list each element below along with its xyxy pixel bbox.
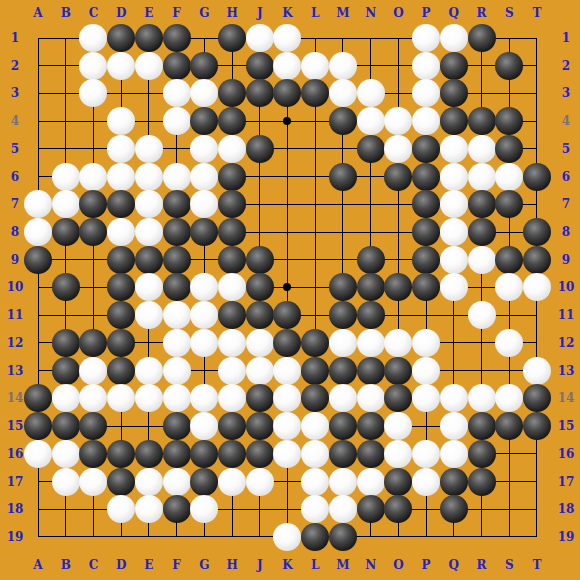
coord-label-right-15: 15 — [558, 420, 575, 432]
coord-label-right-8: 8 — [562, 226, 570, 238]
white-stone-G5[interactable] — [190, 135, 218, 163]
coord-label-bottom-L: L — [311, 559, 319, 571]
white-stone-E2[interactable] — [135, 52, 163, 80]
white-stone-M3[interactable] — [329, 79, 357, 107]
coord-label-bottom-P: P — [422, 559, 431, 571]
coord-label-left-11: 11 — [7, 309, 24, 321]
white-stone-E17[interactable] — [135, 468, 163, 496]
white-stone-A7[interactable] — [24, 190, 52, 218]
white-stone-M2[interactable] — [329, 52, 357, 80]
black-stone-R4[interactable] — [468, 107, 496, 135]
white-stone-K15[interactable] — [273, 412, 301, 440]
black-stone-B10[interactable] — [52, 273, 80, 301]
black-stone-N16[interactable] — [357, 440, 385, 468]
white-stone-P17[interactable] — [412, 468, 440, 496]
white-stone-N17[interactable] — [357, 468, 385, 496]
coord-label-bottom-R: R — [477, 559, 487, 571]
white-stone-H10[interactable] — [218, 273, 246, 301]
white-stone-T10[interactable] — [523, 273, 551, 301]
black-stone-K11[interactable] — [273, 301, 301, 329]
white-stone-E14[interactable] — [135, 384, 163, 412]
white-stone-K16[interactable] — [273, 440, 301, 468]
black-stone-H8[interactable] — [218, 218, 246, 246]
white-stone-H17[interactable] — [218, 468, 246, 496]
white-stone-G7[interactable] — [190, 190, 218, 218]
black-stone-S4[interactable] — [495, 107, 523, 135]
white-stone-O15[interactable] — [384, 412, 412, 440]
coord-label-top-G: G — [199, 7, 209, 19]
white-stone-L18[interactable] — [301, 495, 329, 523]
black-stone-T9[interactable] — [523, 246, 551, 274]
white-stone-L2[interactable] — [301, 52, 329, 80]
white-stone-E10[interactable] — [135, 273, 163, 301]
coord-label-left-9: 9 — [11, 254, 19, 266]
coord-label-bottom-O: O — [393, 559, 403, 571]
white-stone-E6[interactable] — [135, 163, 163, 191]
white-stone-R11[interactable] — [468, 301, 496, 329]
white-stone-M17[interactable] — [329, 468, 357, 496]
coord-label-bottom-K: K — [282, 559, 292, 571]
white-stone-A16[interactable] — [24, 440, 52, 468]
black-stone-M4[interactable] — [329, 107, 357, 135]
coord-label-top-K: K — [282, 7, 292, 19]
black-stone-N13[interactable] — [357, 357, 385, 385]
white-stone-M18[interactable] — [329, 495, 357, 523]
black-stone-M16[interactable] — [329, 440, 357, 468]
black-stone-O13[interactable] — [384, 357, 412, 385]
white-stone-B6[interactable] — [52, 163, 80, 191]
black-stone-H4[interactable] — [218, 107, 246, 135]
white-stone-F6[interactable] — [163, 163, 191, 191]
white-stone-F13[interactable] — [163, 357, 191, 385]
white-stone-P16[interactable] — [412, 440, 440, 468]
white-stone-G6[interactable] — [190, 163, 218, 191]
black-stone-J2[interactable] — [246, 52, 274, 80]
white-stone-H14[interactable] — [218, 384, 246, 412]
coord-label-left-12: 12 — [7, 337, 24, 349]
coord-label-left-13: 13 — [7, 365, 24, 377]
black-stone-C15[interactable] — [79, 412, 107, 440]
black-stone-Q18[interactable] — [440, 495, 468, 523]
white-stone-O16[interactable] — [384, 440, 412, 468]
black-stone-O10[interactable] — [384, 273, 412, 301]
black-stone-M6[interactable] — [329, 163, 357, 191]
black-stone-C12[interactable] — [79, 329, 107, 357]
white-stone-K19[interactable] — [273, 523, 301, 551]
coord-label-bottom-S: S — [505, 559, 514, 571]
black-stone-Q2[interactable] — [440, 52, 468, 80]
black-stone-H11[interactable] — [218, 301, 246, 329]
black-stone-P6[interactable] — [412, 163, 440, 191]
coord-label-bottom-C: C — [89, 559, 99, 571]
black-stone-L12[interactable] — [301, 329, 329, 357]
black-stone-T14[interactable] — [523, 384, 551, 412]
white-stone-E11[interactable] — [135, 301, 163, 329]
white-stone-E8[interactable] — [135, 218, 163, 246]
white-stone-Q10[interactable] — [440, 273, 468, 301]
white-stone-F11[interactable] — [163, 301, 191, 329]
white-stone-K14[interactable] — [273, 384, 301, 412]
black-stone-H1[interactable] — [218, 24, 246, 52]
coord-label-bottom-J: J — [257, 559, 263, 571]
coord-label-right-10: 10 — [558, 281, 575, 293]
black-stone-B12[interactable] — [52, 329, 80, 357]
white-stone-C2[interactable] — [79, 52, 107, 80]
black-stone-G8[interactable] — [190, 218, 218, 246]
coord-label-left-14: 14 — [7, 392, 24, 404]
white-stone-S10[interactable] — [495, 273, 523, 301]
coord-label-bottom-M: M — [336, 559, 349, 571]
coord-label-right-5: 5 — [562, 143, 570, 155]
black-stone-D1[interactable] — [107, 24, 135, 52]
white-stone-M14[interactable] — [329, 384, 357, 412]
coord-label-left-18: 18 — [7, 503, 24, 515]
coord-label-right-16: 16 — [558, 448, 575, 460]
coord-label-bottom-G: G — [199, 559, 209, 571]
black-stone-F10[interactable] — [163, 273, 191, 301]
white-stone-R6[interactable] — [468, 163, 496, 191]
white-stone-O12[interactable] — [384, 329, 412, 357]
black-stone-D9[interactable] — [107, 246, 135, 274]
black-stone-J10[interactable] — [246, 273, 274, 301]
white-stone-Q16[interactable] — [440, 440, 468, 468]
black-stone-C8[interactable] — [79, 218, 107, 246]
black-stone-M13[interactable] — [329, 357, 357, 385]
black-stone-F1[interactable] — [163, 24, 191, 52]
black-stone-L13[interactable] — [301, 357, 329, 385]
black-stone-O18[interactable] — [384, 495, 412, 523]
black-stone-H7[interactable] — [218, 190, 246, 218]
black-stone-C16[interactable] — [79, 440, 107, 468]
coord-label-right-18: 18 — [558, 503, 575, 515]
white-stone-G12[interactable] — [190, 329, 218, 357]
coord-label-left-8: 8 — [11, 226, 19, 238]
white-stone-R14[interactable] — [468, 384, 496, 412]
coord-label-top-C: C — [89, 7, 99, 19]
black-stone-S2[interactable] — [495, 52, 523, 80]
white-stone-L16[interactable] — [301, 440, 329, 468]
coord-label-bottom-Q: Q — [449, 559, 459, 571]
white-stone-H13[interactable] — [218, 357, 246, 385]
white-stone-B16[interactable] — [52, 440, 80, 468]
black-stone-D16[interactable] — [107, 440, 135, 468]
white-stone-E7[interactable] — [135, 190, 163, 218]
black-stone-A9[interactable] — [24, 246, 52, 274]
white-stone-C14[interactable] — [79, 384, 107, 412]
black-stone-L14[interactable] — [301, 384, 329, 412]
white-stone-P3[interactable] — [412, 79, 440, 107]
black-stone-S9[interactable] — [495, 246, 523, 274]
black-stone-P10[interactable] — [412, 273, 440, 301]
black-stone-F9[interactable] — [163, 246, 191, 274]
white-stone-P12[interactable] — [412, 329, 440, 357]
black-stone-N9[interactable] — [357, 246, 385, 274]
black-stone-R8[interactable] — [468, 218, 496, 246]
white-stone-Q7[interactable] — [440, 190, 468, 218]
coord-label-top-B: B — [61, 7, 71, 19]
black-stone-J11[interactable] — [246, 301, 274, 329]
black-stone-R7[interactable] — [468, 190, 496, 218]
white-stone-L17[interactable] — [301, 468, 329, 496]
black-stone-K3[interactable] — [273, 79, 301, 107]
white-stone-G14[interactable] — [190, 384, 218, 412]
coord-label-top-R: R — [477, 7, 487, 19]
white-stone-N14[interactable] — [357, 384, 385, 412]
coord-label-right-13: 13 — [558, 365, 575, 377]
black-stone-B13[interactable] — [52, 357, 80, 385]
white-stone-P1[interactable] — [412, 24, 440, 52]
coord-label-left-5: 5 — [11, 143, 19, 155]
black-stone-A14[interactable] — [24, 384, 52, 412]
black-stone-D13[interactable] — [107, 357, 135, 385]
black-stone-Q3[interactable] — [440, 79, 468, 107]
black-stone-A15[interactable] — [24, 412, 52, 440]
black-stone-G2[interactable] — [190, 52, 218, 80]
white-stone-R9[interactable] — [468, 246, 496, 274]
black-stone-J14[interactable] — [246, 384, 274, 412]
black-stone-J3[interactable] — [246, 79, 274, 107]
black-stone-R15[interactable] — [468, 412, 496, 440]
coord-label-left-15: 15 — [7, 420, 24, 432]
black-stone-G4[interactable] — [190, 107, 218, 135]
white-stone-G18[interactable] — [190, 495, 218, 523]
coord-label-top-N: N — [365, 7, 376, 19]
black-stone-F7[interactable] — [163, 190, 191, 218]
black-stone-G16[interactable] — [190, 440, 218, 468]
black-stone-S5[interactable] — [495, 135, 523, 163]
black-stone-H15[interactable] — [218, 412, 246, 440]
coord-label-top-L: L — [311, 7, 319, 19]
black-stone-N18[interactable] — [357, 495, 385, 523]
white-stone-C3[interactable] — [79, 79, 107, 107]
black-stone-T15[interactable] — [523, 412, 551, 440]
white-stone-G15[interactable] — [190, 412, 218, 440]
white-stone-Q8[interactable] — [440, 218, 468, 246]
black-stone-L3[interactable] — [301, 79, 329, 107]
coord-label-bottom-D: D — [116, 559, 126, 571]
black-stone-S15[interactable] — [495, 412, 523, 440]
white-stone-N12[interactable] — [357, 329, 385, 357]
black-stone-O17[interactable] — [384, 468, 412, 496]
white-stone-Q1[interactable] — [440, 24, 468, 52]
black-stone-H16[interactable] — [218, 440, 246, 468]
coord-label-left-17: 17 — [7, 476, 24, 488]
white-stone-B17[interactable] — [52, 468, 80, 496]
black-stone-F2[interactable] — [163, 52, 191, 80]
black-stone-Q4[interactable] — [440, 107, 468, 135]
black-stone-P8[interactable] — [412, 218, 440, 246]
white-stone-B7[interactable] — [52, 190, 80, 218]
go-board[interactable]: AABBCCDDEEFFGGHHJJKKLLMMNNOOPPQQRRSSTT11… — [0, 0, 580, 580]
coord-label-right-3: 3 — [562, 87, 570, 99]
coord-label-right-12: 12 — [558, 337, 575, 349]
white-stone-K2[interactable] — [273, 52, 301, 80]
coord-label-right-17: 17 — [558, 476, 575, 488]
black-stone-P5[interactable] — [412, 135, 440, 163]
coord-label-left-2: 2 — [11, 60, 19, 72]
white-stone-N3[interactable] — [357, 79, 385, 107]
black-stone-M15[interactable] — [329, 412, 357, 440]
black-stone-E16[interactable] — [135, 440, 163, 468]
black-stone-C7[interactable] — [79, 190, 107, 218]
white-stone-E5[interactable] — [135, 135, 163, 163]
white-stone-Q5[interactable] — [440, 135, 468, 163]
black-stone-T6[interactable] — [523, 163, 551, 191]
black-stone-N10[interactable] — [357, 273, 385, 301]
white-stone-A8[interactable] — [24, 218, 52, 246]
white-stone-D6[interactable] — [107, 163, 135, 191]
black-stone-F16[interactable] — [163, 440, 191, 468]
black-stone-G17[interactable] — [190, 468, 218, 496]
coord-label-left-3: 3 — [11, 87, 19, 99]
coord-label-right-7: 7 — [562, 198, 570, 210]
black-stone-D12[interactable] — [107, 329, 135, 357]
coord-label-bottom-E: E — [144, 559, 153, 571]
black-stone-S7[interactable] — [495, 190, 523, 218]
black-stone-N11[interactable] — [357, 301, 385, 329]
white-stone-L15[interactable] — [301, 412, 329, 440]
white-stone-O5[interactable] — [384, 135, 412, 163]
white-stone-C6[interactable] — [79, 163, 107, 191]
black-stone-E9[interactable] — [135, 246, 163, 274]
white-stone-E18[interactable] — [135, 495, 163, 523]
white-stone-P14[interactable] — [412, 384, 440, 412]
white-stone-O4[interactable] — [384, 107, 412, 135]
coord-label-left-16: 16 — [7, 448, 24, 460]
black-stone-B8[interactable] — [52, 218, 80, 246]
coord-label-left-10: 10 — [7, 281, 24, 293]
black-stone-F15[interactable] — [163, 412, 191, 440]
white-stone-K1[interactable] — [273, 24, 301, 52]
black-stone-D10[interactable] — [107, 273, 135, 301]
white-stone-F12[interactable] — [163, 329, 191, 357]
white-stone-H5[interactable] — [218, 135, 246, 163]
black-stone-R1[interactable] — [468, 24, 496, 52]
coord-label-top-M: M — [336, 7, 349, 19]
coord-label-left-7: 7 — [11, 198, 19, 210]
black-stone-D17[interactable] — [107, 468, 135, 496]
white-stone-D8[interactable] — [107, 218, 135, 246]
black-stone-L19[interactable] — [301, 523, 329, 551]
coord-label-right-11: 11 — [558, 309, 575, 321]
black-stone-M19[interactable] — [329, 523, 357, 551]
black-stone-J5[interactable] — [246, 135, 274, 163]
white-stone-R5[interactable] — [468, 135, 496, 163]
black-stone-R17[interactable] — [468, 468, 496, 496]
black-stone-J15[interactable] — [246, 412, 274, 440]
coord-label-left-4: 4 — [11, 115, 19, 127]
black-stone-B15[interactable] — [52, 412, 80, 440]
white-stone-T13[interactable] — [523, 357, 551, 385]
black-stone-H6[interactable] — [218, 163, 246, 191]
coord-label-left-6: 6 — [11, 171, 19, 183]
black-stone-N15[interactable] — [357, 412, 385, 440]
black-stone-M10[interactable] — [329, 273, 357, 301]
white-stone-J12[interactable] — [246, 329, 274, 357]
white-stone-P2[interactable] — [412, 52, 440, 80]
black-stone-T8[interactable] — [523, 218, 551, 246]
black-stone-M11[interactable] — [329, 301, 357, 329]
white-stone-D2[interactable] — [107, 52, 135, 80]
white-stone-F14[interactable] — [163, 384, 191, 412]
white-stone-D14[interactable] — [107, 384, 135, 412]
white-stone-G11[interactable] — [190, 301, 218, 329]
black-stone-K12[interactable] — [273, 329, 301, 357]
white-stone-S6[interactable] — [495, 163, 523, 191]
black-stone-J9[interactable] — [246, 246, 274, 274]
white-stone-D5[interactable] — [107, 135, 135, 163]
black-stone-P7[interactable] — [412, 190, 440, 218]
white-stone-Q14[interactable] — [440, 384, 468, 412]
black-stone-O14[interactable] — [384, 384, 412, 412]
white-stone-Q15[interactable] — [440, 412, 468, 440]
white-stone-K13[interactable] — [273, 357, 301, 385]
black-stone-P9[interactable] — [412, 246, 440, 274]
black-stone-N5[interactable] — [357, 135, 385, 163]
white-stone-C13[interactable] — [79, 357, 107, 385]
coord-label-top-E: E — [144, 7, 153, 19]
white-stone-C1[interactable] — [79, 24, 107, 52]
coord-label-left-1: 1 — [11, 32, 19, 44]
white-stone-F3[interactable] — [163, 79, 191, 107]
white-stone-G3[interactable] — [190, 79, 218, 107]
coord-label-top-F: F — [172, 7, 181, 19]
white-stone-J17[interactable] — [246, 468, 274, 496]
white-stone-P13[interactable] — [412, 357, 440, 385]
white-stone-C17[interactable] — [79, 468, 107, 496]
coord-label-bottom-T: T — [533, 559, 542, 571]
coord-label-top-A: A — [33, 7, 42, 19]
black-stone-R16[interactable] — [468, 440, 496, 468]
coord-label-right-14: 14 — [558, 392, 575, 404]
white-stone-F17[interactable] — [163, 468, 191, 496]
white-stone-J13[interactable] — [246, 357, 274, 385]
white-stone-Q6[interactable] — [440, 163, 468, 191]
coord-label-bottom-A: A — [33, 559, 42, 571]
white-stone-N4[interactable] — [357, 107, 385, 135]
white-stone-S14[interactable] — [495, 384, 523, 412]
white-stone-B14[interactable] — [52, 384, 80, 412]
white-stone-D4[interactable] — [107, 107, 135, 135]
white-stone-D18[interactable] — [107, 495, 135, 523]
black-stone-J16[interactable] — [246, 440, 274, 468]
coord-label-bottom-H: H — [226, 559, 237, 571]
black-stone-E1[interactable] — [135, 24, 163, 52]
coord-label-top-P: P — [422, 7, 431, 19]
white-stone-H12[interactable] — [218, 329, 246, 357]
black-stone-O6[interactable] — [384, 163, 412, 191]
coord-label-right-19: 19 — [558, 531, 575, 543]
white-stone-F4[interactable] — [163, 107, 191, 135]
white-stone-G10[interactable] — [190, 273, 218, 301]
black-stone-H3[interactable] — [218, 79, 246, 107]
white-stone-Q9[interactable] — [440, 246, 468, 274]
black-stone-D11[interactable] — [107, 301, 135, 329]
black-stone-F8[interactable] — [163, 218, 191, 246]
coord-label-right-2: 2 — [562, 60, 570, 72]
white-stone-P4[interactable] — [412, 107, 440, 135]
black-stone-H9[interactable] — [218, 246, 246, 274]
white-stone-J1[interactable] — [246, 24, 274, 52]
black-stone-D7[interactable] — [107, 190, 135, 218]
hoshi-point-K10 — [283, 283, 291, 291]
white-stone-M12[interactable] — [329, 329, 357, 357]
black-stone-Q17[interactable] — [440, 468, 468, 496]
white-stone-S12[interactable] — [495, 329, 523, 357]
black-stone-F18[interactable] — [163, 495, 191, 523]
coord-label-top-J: J — [257, 7, 263, 19]
white-stone-E13[interactable] — [135, 357, 163, 385]
